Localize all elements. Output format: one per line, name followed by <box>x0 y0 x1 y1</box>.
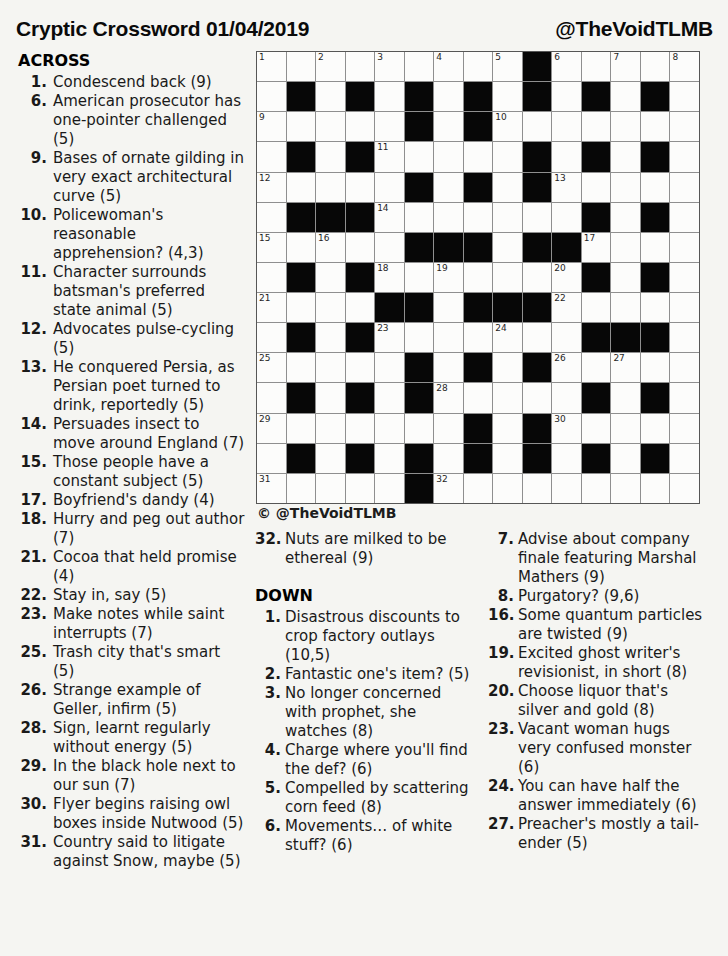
cell-r15c8[interactable] <box>464 474 493 503</box>
cell-r10c8[interactable] <box>464 323 493 352</box>
cell-r4c9[interactable] <box>493 142 522 171</box>
cell-r1c8[interactable] <box>464 52 493 81</box>
clue-down-16: 16.Some quantum particles are twisted (9… <box>488 606 704 644</box>
clue-text: Strange example of Geller, infirm (5) <box>53 681 245 719</box>
clue-number: 6. <box>18 92 53 149</box>
cell-r4c12 <box>582 142 611 171</box>
across-heading: ACROSS <box>18 52 250 70</box>
clue-across-11: 11.Character surrounds batsman's preferr… <box>18 263 250 320</box>
clue-number: 4. <box>255 741 285 779</box>
cell-r2c14 <box>641 82 670 111</box>
cell-r15c2[interactable] <box>287 474 316 503</box>
cell-r9c7[interactable] <box>434 293 463 322</box>
cell-r3c11[interactable] <box>552 112 581 141</box>
cell-r1c14[interactable] <box>641 52 670 81</box>
cell-r1c11[interactable]: 6 <box>552 52 581 81</box>
cell-r2c5[interactable] <box>375 82 404 111</box>
cell-r12c13[interactable] <box>611 383 640 412</box>
clue-text: Bases of ornate gilding in very exact ar… <box>53 149 245 206</box>
cell-r15c7[interactable]: 32 <box>434 474 463 503</box>
cell-number: 21 <box>259 293 270 304</box>
cell-r1c9[interactable]: 5 <box>493 52 522 81</box>
cell-r13c11[interactable]: 30 <box>552 414 581 443</box>
cell-r15c4[interactable] <box>346 474 375 503</box>
clue-text: Excited ghost writer's revisionist, in s… <box>518 644 704 682</box>
cell-r8c13[interactable] <box>611 263 640 292</box>
cell-r14c4 <box>346 444 375 473</box>
cell-r1c2[interactable] <box>287 52 316 81</box>
cell-r7c3[interactable]: 16 <box>316 233 345 262</box>
cell-r8c8[interactable] <box>464 263 493 292</box>
cell-r1c7[interactable]: 4 <box>434 52 463 81</box>
cell-r11c10 <box>523 353 552 382</box>
cell-number: 1 <box>259 52 265 63</box>
cell-r7c10 <box>523 233 552 262</box>
cell-r2c15[interactable] <box>670 82 699 111</box>
cell-r2c3[interactable] <box>316 82 345 111</box>
cell-r7c15[interactable] <box>670 233 699 262</box>
cell-r1c3[interactable]: 2 <box>316 52 345 81</box>
cell-r9c14[interactable] <box>641 293 670 322</box>
cell-r6c3 <box>316 203 345 232</box>
cell-r11c14[interactable] <box>641 353 670 382</box>
cell-r14c10 <box>523 444 552 473</box>
cell-r8c11[interactable]: 20 <box>552 263 581 292</box>
cell-r3c3[interactable] <box>316 112 345 141</box>
cell-number: 9 <box>259 112 265 123</box>
clue-number: 5. <box>255 779 285 817</box>
cell-r10c6[interactable] <box>405 323 434 352</box>
cell-r3c9[interactable]: 10 <box>493 112 522 141</box>
middle-clues-section: 32.Nuts are milked to be ethereal (9) DO… <box>255 530 477 855</box>
cell-r4c10 <box>523 142 552 171</box>
cell-r2c7[interactable] <box>434 82 463 111</box>
clue-text: You can have half the answer immediately… <box>518 777 704 815</box>
right-clues-section: 7.Advise about company finale featuring … <box>488 530 704 853</box>
cell-r6c15[interactable] <box>670 203 699 232</box>
cell-r3c5[interactable] <box>375 112 404 141</box>
clue-across-25: 25.Trash city that's smart (5) <box>18 643 250 681</box>
clue-text: Choose liquor that's silver and gold (8) <box>518 682 704 720</box>
cell-r11c3[interactable] <box>316 353 345 382</box>
clue-text: Persuades insect to move around England … <box>53 415 245 453</box>
cell-r7c9[interactable] <box>493 233 522 262</box>
cell-r14c2 <box>287 444 316 473</box>
cell-r15c12[interactable] <box>582 474 611 503</box>
clue-number: 14. <box>18 415 53 453</box>
cell-r5c7[interactable] <box>434 173 463 202</box>
clue-down-5: 5.Compelled by scattering corn feed (8) <box>255 779 477 817</box>
clue-down-23: 23.Vacant woman hugs very confused monst… <box>488 720 704 777</box>
cell-r6c5[interactable]: 14 <box>375 203 404 232</box>
cell-r3c12[interactable] <box>582 112 611 141</box>
clue-number: 28. <box>18 719 53 757</box>
clue-number: 1. <box>18 73 53 92</box>
cell-r8c6[interactable] <box>405 263 434 292</box>
across-clue-list: 1.Condescend back (9)6.American prosecut… <box>18 73 250 871</box>
clue-text: Condescend back (9) <box>53 73 245 92</box>
cell-r5c2[interactable] <box>287 173 316 202</box>
clue-number: 20. <box>488 682 518 720</box>
clue-across-32: 32.Nuts are milked to be ethereal (9) <box>255 530 477 568</box>
clue-across-26: 26.Strange example of Geller, infirm (5) <box>18 681 250 719</box>
clue-text: Trash city that's smart (5) <box>53 643 245 681</box>
cell-r3c15[interactable] <box>670 112 699 141</box>
cell-r6c6[interactable] <box>405 203 434 232</box>
cell-r10c14 <box>641 323 670 352</box>
cell-r12c15[interactable] <box>670 383 699 412</box>
cell-r13c6[interactable] <box>405 414 434 443</box>
cell-r7c4[interactable] <box>346 233 375 262</box>
cell-r11c5[interactable] <box>375 353 404 382</box>
cell-r11c4[interactable] <box>346 353 375 382</box>
cell-r1c5[interactable]: 3 <box>375 52 404 81</box>
cell-r11c2[interactable] <box>287 353 316 382</box>
cell-r7c5[interactable] <box>375 233 404 262</box>
cell-r4c8[interactable] <box>464 142 493 171</box>
cell-r14c7[interactable] <box>434 444 463 473</box>
clue-text: He conquered Persia, as Persian poet tur… <box>53 358 245 415</box>
cell-r6c13[interactable] <box>611 203 640 232</box>
cell-r12c6 <box>405 383 434 412</box>
cell-r13c4[interactable] <box>346 414 375 443</box>
down-clue-list-right: 7.Advise about company finale featuring … <box>488 530 704 853</box>
clue-across-29: 29.In the black hole next to our sun (7) <box>18 757 250 795</box>
clue-number: 3. <box>255 684 285 741</box>
cell-r9c4[interactable] <box>346 293 375 322</box>
cell-r10c11[interactable] <box>552 323 581 352</box>
cell-number: 15 <box>259 233 270 244</box>
clue-number: 24. <box>488 777 518 815</box>
clue-number: 25. <box>18 643 53 681</box>
clue-down-1: 1.Disastrous discounts to crop factory o… <box>255 608 477 665</box>
cell-r5c15[interactable] <box>670 173 699 202</box>
cell-r7c12[interactable]: 17 <box>582 233 611 262</box>
cell-r3c1[interactable]: 9 <box>257 112 286 141</box>
clue-across-30: 30.Flyer begins raising owl boxes inside… <box>18 795 250 833</box>
cell-r3c10[interactable] <box>523 112 552 141</box>
cell-r13c12[interactable] <box>582 414 611 443</box>
cell-r3c4[interactable] <box>346 112 375 141</box>
cell-r13c9[interactable] <box>493 414 522 443</box>
cell-r12c1[interactable] <box>257 383 286 412</box>
cell-r15c5[interactable] <box>375 474 404 503</box>
cell-r4c15[interactable] <box>670 142 699 171</box>
cell-r8c9[interactable] <box>493 263 522 292</box>
cell-r4c6[interactable] <box>405 142 434 171</box>
cell-r14c8 <box>464 444 493 473</box>
cell-r10c12 <box>582 323 611 352</box>
cell-r10c1[interactable] <box>257 323 286 352</box>
cell-r14c11[interactable] <box>552 444 581 473</box>
cell-r5c9[interactable] <box>493 173 522 202</box>
clue-across-18: 18.Hurry and peg out author (7) <box>18 510 250 548</box>
cell-r9c3[interactable] <box>316 293 345 322</box>
cell-r8c7[interactable]: 19 <box>434 263 463 292</box>
cell-r13c15[interactable] <box>670 414 699 443</box>
cell-r7c7 <box>434 233 463 262</box>
cell-r9c8 <box>464 293 493 322</box>
cell-r11c13[interactable]: 27 <box>611 353 640 382</box>
cell-r14c13[interactable] <box>611 444 640 473</box>
cell-r6c2 <box>287 203 316 232</box>
cell-r3c13[interactable] <box>611 112 640 141</box>
clue-number: 1. <box>255 608 285 665</box>
cell-r3c14[interactable] <box>641 112 670 141</box>
cell-r5c13[interactable] <box>611 173 640 202</box>
clue-number: 13. <box>18 358 53 415</box>
clue-number: 21. <box>18 548 53 586</box>
cell-r1c6[interactable] <box>405 52 434 81</box>
clue-text: Fantastic one's item? (5) <box>285 665 473 684</box>
cell-r2c11[interactable] <box>552 82 581 111</box>
clue-across-12: 12.Advocates pulse-cycling (5) <box>18 320 250 358</box>
cell-r6c7[interactable] <box>434 203 463 232</box>
cell-r5c5[interactable] <box>375 173 404 202</box>
cell-r10c7[interactable] <box>434 323 463 352</box>
cell-r11c11[interactable]: 26 <box>552 353 581 382</box>
cell-r11c9[interactable] <box>493 353 522 382</box>
clue-across-17: 17.Boyfriend's dandy (4) <box>18 491 250 510</box>
cell-r4c11[interactable] <box>552 142 581 171</box>
clue-number: 15. <box>18 453 53 491</box>
cell-r15c13[interactable] <box>611 474 640 503</box>
cell-r12c7[interactable]: 28 <box>434 383 463 412</box>
cell-r7c1[interactable]: 15 <box>257 233 286 262</box>
cell-r4c2 <box>287 142 316 171</box>
cell-r15c9[interactable] <box>493 474 522 503</box>
clue-across-6: 6.American prosecutor has one-pointer ch… <box>18 92 250 149</box>
cell-r7c14[interactable] <box>641 233 670 262</box>
cell-r4c5[interactable]: 11 <box>375 142 404 171</box>
cell-r13c5[interactable] <box>375 414 404 443</box>
clue-number: 11. <box>18 263 53 320</box>
cell-r1c1[interactable]: 1 <box>257 52 286 81</box>
cell-r8c12 <box>582 263 611 292</box>
clue-down-4: 4.Charge where you'll find the def? (6) <box>255 741 477 779</box>
cell-r8c5[interactable]: 18 <box>375 263 404 292</box>
cell-r2c1[interactable] <box>257 82 286 111</box>
clue-text: Hurry and peg out author (7) <box>53 510 245 548</box>
cell-r8c10[interactable] <box>523 263 552 292</box>
clue-text: Those people have a constant subject (5) <box>53 453 245 491</box>
cell-number: 30 <box>554 414 565 425</box>
clue-number: 22. <box>18 586 53 605</box>
cell-r15c6 <box>405 474 434 503</box>
cell-r9c15[interactable] <box>670 293 699 322</box>
cell-r14c12 <box>582 444 611 473</box>
cell-r9c2[interactable] <box>287 293 316 322</box>
cell-r5c8 <box>464 173 493 202</box>
cell-r10c15[interactable] <box>670 323 699 352</box>
cell-number: 18 <box>377 263 388 274</box>
cell-r4c13[interactable] <box>611 142 640 171</box>
cell-r5c12[interactable] <box>582 173 611 202</box>
cell-r9c5 <box>375 293 404 322</box>
cell-r4c1[interactable] <box>257 142 286 171</box>
cell-r12c5[interactable] <box>375 383 404 412</box>
cell-r11c1[interactable]: 25 <box>257 353 286 382</box>
cell-r2c9[interactable] <box>493 82 522 111</box>
cell-r8c14 <box>641 263 670 292</box>
cell-r10c4 <box>346 323 375 352</box>
cell-r10c9[interactable]: 24 <box>493 323 522 352</box>
cell-r11c8 <box>464 353 493 382</box>
cell-r14c5[interactable] <box>375 444 404 473</box>
clue-across-23: 23.Make notes while saint interrupts (7) <box>18 605 250 643</box>
cell-r12c2 <box>287 383 316 412</box>
clue-number: 18. <box>18 510 53 548</box>
cell-r12c14 <box>641 383 670 412</box>
cell-number: 31 <box>259 474 270 485</box>
cell-r1c12[interactable] <box>582 52 611 81</box>
cell-r5c14[interactable] <box>641 173 670 202</box>
clue-text: Country said to litigate against Snow, m… <box>53 833 245 871</box>
cell-r14c15[interactable] <box>670 444 699 473</box>
cell-r14c3[interactable] <box>316 444 345 473</box>
cell-r7c6 <box>405 233 434 262</box>
cell-number: 6 <box>554 52 560 63</box>
cell-r9c1[interactable]: 21 <box>257 293 286 322</box>
cell-r9c12[interactable] <box>582 293 611 322</box>
cell-number: 4 <box>436 52 442 63</box>
cell-r11c12[interactable] <box>582 353 611 382</box>
cell-r13c8 <box>464 414 493 443</box>
cell-r6c1[interactable] <box>257 203 286 232</box>
cell-number: 32 <box>436 474 447 485</box>
page-title: Cryptic Crossword 01/04/2019 <box>16 17 309 41</box>
grid-copyright: © @TheVoidTLMB <box>257 505 396 521</box>
cell-r6c9[interactable] <box>493 203 522 232</box>
cell-r8c15[interactable] <box>670 263 699 292</box>
cell-r12c3[interactable] <box>316 383 345 412</box>
cell-r15c15[interactable] <box>670 474 699 503</box>
cell-r3c7[interactable] <box>434 112 463 141</box>
cell-number: 11 <box>377 142 388 153</box>
clue-number: 27. <box>488 815 518 853</box>
cell-r14c1[interactable] <box>257 444 286 473</box>
cell-r4c14 <box>641 142 670 171</box>
cell-r13c1[interactable]: 29 <box>257 414 286 443</box>
cell-r1c15[interactable]: 8 <box>670 52 699 81</box>
cell-r7c13[interactable] <box>611 233 640 262</box>
clue-down-8: 8.Purgatory? (9,6) <box>488 587 704 606</box>
clue-text: Make notes while saint interrupts (7) <box>53 605 245 643</box>
clue-number: 23. <box>488 720 518 777</box>
clue-text: Advise about company finale featuring Ma… <box>518 530 704 587</box>
cell-r14c9[interactable] <box>493 444 522 473</box>
cell-r13c2[interactable] <box>287 414 316 443</box>
cell-r15c11[interactable] <box>552 474 581 503</box>
cell-r1c13[interactable]: 7 <box>611 52 640 81</box>
clue-text: Advocates pulse-cycling (5) <box>53 320 245 358</box>
cell-r2c4 <box>346 82 375 111</box>
cell-number: 27 <box>613 353 624 364</box>
clue-number: 29. <box>18 757 53 795</box>
clue-number: 26. <box>18 681 53 719</box>
cell-r2c8 <box>464 82 493 111</box>
cell-r8c1[interactable] <box>257 263 286 292</box>
clue-number: 9. <box>18 149 53 206</box>
cell-r12c11[interactable] <box>552 383 581 412</box>
cell-r5c11[interactable]: 13 <box>552 173 581 202</box>
down-heading: DOWN <box>255 587 477 605</box>
clue-text: Sign, learnt regularly without energy (5… <box>53 719 245 757</box>
cell-r4c7[interactable] <box>434 142 463 171</box>
cell-r13c13[interactable] <box>611 414 640 443</box>
cell-r11c7[interactable] <box>434 353 463 382</box>
cell-r7c2[interactable] <box>287 233 316 262</box>
cell-number: 24 <box>495 323 506 334</box>
cell-r6c11[interactable] <box>552 203 581 232</box>
cell-r4c3[interactable] <box>316 142 345 171</box>
cell-r6c14 <box>641 203 670 232</box>
cell-number: 7 <box>613 52 619 63</box>
clue-text: Disastrous discounts to crop factory out… <box>285 608 473 665</box>
cell-r9c10 <box>523 293 552 322</box>
clue-down-20: 20.Choose liquor that's silver and gold … <box>488 682 704 720</box>
cell-r10c3[interactable] <box>316 323 345 352</box>
cell-number: 8 <box>672 52 678 63</box>
cell-r3c2[interactable] <box>287 112 316 141</box>
clue-text: Compelled by scattering corn feed (8) <box>285 779 473 817</box>
cell-r15c14[interactable] <box>641 474 670 503</box>
cell-r15c1[interactable]: 31 <box>257 474 286 503</box>
clue-number: 6. <box>255 817 285 855</box>
cell-r12c10[interactable] <box>523 383 552 412</box>
cell-r11c6 <box>405 353 434 382</box>
cell-r10c5[interactable]: 23 <box>375 323 404 352</box>
cell-r13c3[interactable] <box>316 414 345 443</box>
cell-r15c3[interactable] <box>316 474 345 503</box>
cell-r5c4[interactable] <box>346 173 375 202</box>
cell-number: 26 <box>554 353 565 364</box>
cell-r2c12 <box>582 82 611 111</box>
cell-r13c7[interactable] <box>434 414 463 443</box>
cell-r1c4[interactable] <box>346 52 375 81</box>
cell-r14c6 <box>405 444 434 473</box>
cell-number: 23 <box>377 323 388 334</box>
clue-down-19: 19.Excited ghost writer's revisionist, i… <box>488 644 704 682</box>
clue-number: 2. <box>255 665 285 684</box>
cell-r2c13[interactable] <box>611 82 640 111</box>
clue-text: Preacher's mostly a tail-ender (5) <box>518 815 704 853</box>
clue-text: Stay in, say (5) <box>53 586 245 605</box>
cell-r6c8[interactable] <box>464 203 493 232</box>
cell-r9c13[interactable] <box>611 293 640 322</box>
cell-r10c10[interactable] <box>523 323 552 352</box>
cell-r8c3[interactable] <box>316 263 345 292</box>
clue-text: Policewoman's reasonable apprehension? (… <box>53 206 245 263</box>
cell-r6c10[interactable] <box>523 203 552 232</box>
cell-r12c9[interactable] <box>493 383 522 412</box>
cell-r5c1[interactable]: 12 <box>257 173 286 202</box>
clue-across-1: 1.Condescend back (9) <box>18 73 250 92</box>
clue-across-14: 14.Persuades insect to move around Engla… <box>18 415 250 453</box>
cell-r11c15[interactable] <box>670 353 699 382</box>
cell-r12c8[interactable] <box>464 383 493 412</box>
cell-r8c2 <box>287 263 316 292</box>
clue-down-3: 3.No longer concerned with prophet, she … <box>255 684 477 741</box>
clue-across-21: 21.Cocoa that held promise (4) <box>18 548 250 586</box>
clue-down-6: 6.Movements… of white stuff? (6) <box>255 817 477 855</box>
cell-r15c10[interactable] <box>523 474 552 503</box>
cell-number: 25 <box>259 353 270 364</box>
clue-number: 32. <box>255 530 285 568</box>
cell-r5c3[interactable] <box>316 173 345 202</box>
cell-r9c11[interactable]: 22 <box>552 293 581 322</box>
cell-r13c14[interactable] <box>641 414 670 443</box>
